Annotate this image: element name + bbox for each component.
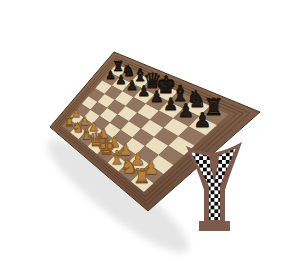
black-pawn: ♟ [150, 90, 164, 106]
white-queen: ♛ [88, 131, 105, 150]
black-knight: ♞ [122, 63, 136, 79]
black-rook: ♜ [112, 60, 124, 73]
black-pawn: ♟ [163, 96, 178, 113]
black-bishop: ♝ [171, 82, 191, 104]
black-pawn: ♟ [105, 70, 115, 82]
white-pawn: ♟ [88, 121, 99, 133]
black-knight: ♞ [186, 88, 207, 111]
chess-set-photo: ♜♞♝♛♚♝♞♜♟♟♟♟♟♟♟♟♟♟♟♟♟♟♟♟♜♞♝♛♚♝♞♜ [0, 0, 292, 261]
white-pawn: ♟ [143, 159, 159, 177]
white-bishop: ♝ [109, 148, 126, 167]
white-knight: ♞ [120, 156, 138, 176]
checkered-v-logo [184, 141, 244, 232]
white-pawn: ♟ [130, 150, 145, 167]
black-king: ♚ [155, 74, 176, 98]
black-rook: ♜ [203, 96, 224, 120]
black-pawn: ♟ [137, 84, 150, 99]
white-rook: ♜ [64, 116, 75, 128]
black-pawn: ♟ [193, 109, 211, 129]
white-pawn: ♟ [108, 135, 121, 149]
black-pawn: ♟ [177, 102, 194, 121]
white-pawn: ♟ [98, 128, 110, 141]
white-knight: ♞ [72, 121, 84, 135]
white-rook: ♜ [133, 166, 151, 186]
chess-pieces-layer: ♜♞♝♛♚♝♞♜♟♟♟♟♟♟♟♟♟♟♟♟♟♟♟♟♜♞♝♛♚♝♞♜ [0, 0, 292, 261]
white-king: ♚ [97, 138, 116, 159]
white-pawn: ♟ [79, 115, 89, 127]
white-bishop: ♝ [80, 127, 94, 142]
white-pawn: ♟ [71, 110, 81, 121]
black-pawn: ♟ [126, 79, 138, 93]
black-bishop: ♝ [132, 67, 148, 84]
black-queen: ♛ [143, 70, 162, 91]
white-pawn: ♟ [119, 142, 133, 157]
black-pawn: ♟ [115, 74, 126, 87]
